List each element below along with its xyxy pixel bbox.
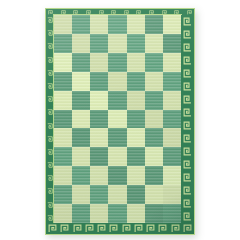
greek-key-icon — [73, 224, 82, 233]
board-square — [90, 128, 108, 147]
board-square — [127, 15, 145, 34]
board-square — [90, 15, 108, 34]
greek-key-icon — [85, 224, 94, 233]
board-square — [163, 166, 181, 185]
greek-key-icon — [47, 188, 53, 194]
greek-key-icon — [183, 160, 192, 169]
greek-key-icon — [183, 121, 192, 130]
greek-key-icon — [183, 95, 192, 104]
greek-key-icon — [183, 108, 192, 117]
board-square — [127, 128, 145, 147]
greek-key-icon — [47, 43, 53, 49]
board-square — [163, 91, 181, 110]
greek-key-icon — [47, 175, 53, 181]
greek-key-icon — [47, 109, 53, 115]
greek-key-icon — [122, 224, 131, 233]
board-square — [90, 110, 108, 129]
checkerboard-rug — [45, 8, 195, 235]
greek-key-icon — [47, 162, 53, 168]
product-photo — [0, 0, 240, 240]
greek-key-icon — [47, 57, 53, 63]
board-square — [108, 204, 126, 223]
board-square — [72, 110, 90, 129]
greek-key-icon — [134, 224, 143, 233]
board-square — [127, 91, 145, 110]
greek-key-icon — [47, 215, 53, 221]
board-square — [72, 204, 90, 223]
greek-key-icon — [183, 82, 192, 91]
board-square — [54, 185, 72, 204]
board-square — [90, 185, 108, 204]
greek-key-icon — [61, 10, 66, 15]
board-square — [108, 185, 126, 204]
greek-key-icon — [47, 123, 53, 129]
greek-key-icon — [73, 10, 78, 15]
greek-key-icon — [47, 96, 53, 102]
greek-key-icon — [158, 224, 167, 233]
board-square — [72, 91, 90, 110]
greek-key-icon — [109, 224, 118, 233]
board-square — [72, 147, 90, 166]
board-square — [108, 15, 126, 34]
greek-key-border-right — [181, 15, 194, 223]
greek-key-icon — [187, 10, 192, 15]
greek-key-icon — [47, 70, 53, 76]
greek-key-icon — [183, 43, 192, 52]
board-square — [72, 166, 90, 185]
board-square — [54, 15, 72, 34]
greek-key-icon — [183, 199, 192, 208]
board-square — [127, 166, 145, 185]
board-square — [127, 72, 145, 91]
greek-key-icon — [47, 30, 53, 36]
board-square — [90, 91, 108, 110]
greek-key-icon — [149, 10, 154, 15]
board-square — [127, 34, 145, 53]
greek-key-border-bottom — [46, 223, 194, 234]
greek-key-icon — [183, 134, 192, 143]
board-square — [108, 34, 126, 53]
board-square — [127, 204, 145, 223]
greek-key-icon — [183, 186, 192, 195]
board-square — [72, 128, 90, 147]
board-square — [127, 185, 145, 204]
board-square — [127, 110, 145, 129]
greek-key-icon — [183, 224, 192, 233]
board-square — [54, 72, 72, 91]
greek-key-icon — [183, 147, 192, 156]
board-square — [108, 72, 126, 91]
greek-key-icon — [47, 202, 53, 208]
board-square — [72, 185, 90, 204]
board-square — [163, 147, 181, 166]
board-square — [90, 72, 108, 91]
board-square — [145, 128, 163, 147]
board-square — [163, 53, 181, 72]
board-square — [90, 166, 108, 185]
board-square — [54, 128, 72, 147]
board-square — [145, 53, 163, 72]
greek-key-icon — [111, 10, 116, 15]
board-square — [145, 91, 163, 110]
board-square — [108, 53, 126, 72]
board-square — [163, 110, 181, 129]
greek-key-icon — [136, 10, 141, 15]
greek-key-icon — [171, 224, 180, 233]
board-square — [54, 34, 72, 53]
board-square — [54, 53, 72, 72]
greek-key-border-left — [46, 15, 54, 223]
board-square — [145, 204, 163, 223]
greek-key-icon — [124, 10, 129, 15]
board-square — [163, 72, 181, 91]
greek-key-icon — [99, 10, 104, 15]
board-square — [72, 34, 90, 53]
greek-key-icon — [47, 17, 53, 23]
greek-key-icon — [60, 224, 69, 233]
greek-key-icon — [183, 17, 192, 26]
board-square — [54, 204, 72, 223]
board-square — [163, 204, 181, 223]
greek-key-icon — [47, 149, 53, 155]
board-square — [145, 185, 163, 204]
board-square — [163, 15, 181, 34]
greek-key-icon — [48, 224, 57, 233]
board-square — [90, 147, 108, 166]
board-square — [108, 128, 126, 147]
greek-key-icon — [183, 69, 192, 78]
board-square — [90, 204, 108, 223]
board-square — [163, 34, 181, 53]
greek-key-icon — [47, 83, 53, 89]
board-square — [163, 185, 181, 204]
board-square — [145, 72, 163, 91]
board-square — [163, 128, 181, 147]
board-square — [90, 34, 108, 53]
greek-key-icon — [146, 224, 155, 233]
greek-key-icon — [174, 10, 179, 15]
board-square — [127, 147, 145, 166]
greek-key-icon — [97, 224, 106, 233]
greek-key-icon — [47, 136, 53, 142]
board-square — [108, 166, 126, 185]
board-square — [54, 110, 72, 129]
board-square — [72, 72, 90, 91]
board-square — [54, 166, 72, 185]
board-square — [108, 147, 126, 166]
board-square — [108, 91, 126, 110]
board-square — [108, 110, 126, 129]
board-square — [145, 147, 163, 166]
greek-key-icon — [183, 56, 192, 65]
board-square — [127, 53, 145, 72]
greek-key-icon — [183, 212, 192, 221]
board-square — [72, 53, 90, 72]
board-square — [90, 53, 108, 72]
board-square — [145, 34, 163, 53]
greek-key-icon — [183, 30, 192, 39]
board-square — [145, 15, 163, 34]
board-square — [145, 110, 163, 129]
greek-key-icon — [86, 10, 91, 15]
board-square — [54, 147, 72, 166]
greek-key-icon — [183, 173, 192, 182]
greek-key-icon — [48, 10, 53, 15]
board-square — [145, 166, 163, 185]
board-square — [72, 15, 90, 34]
greek-key-icon — [162, 10, 167, 15]
checkerboard-field — [54, 15, 181, 223]
board-square — [54, 91, 72, 110]
